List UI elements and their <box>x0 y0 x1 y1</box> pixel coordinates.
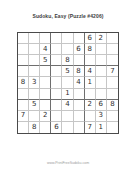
sudoku-cell-r4c1 <box>18 66 29 77</box>
sudoku-cell-r6c3 <box>40 89 51 100</box>
sudoku-cell-r1c5 <box>62 33 73 44</box>
sudoku-cell-r7c2: 5 <box>29 100 40 111</box>
sudoku-cell-r7c9: 8 <box>107 100 118 111</box>
sudoku-cell-r9c6 <box>74 122 85 133</box>
sudoku-cell-r5c4 <box>51 77 62 88</box>
sudoku-cell-r3c9 <box>107 55 118 66</box>
sudoku-cell-r5c6: 4 <box>74 77 85 88</box>
sudoku-cell-r5c1: 8 <box>18 77 29 88</box>
sudoku-cell-r9c1 <box>18 122 29 133</box>
sudoku-cell-r1c1 <box>18 33 29 44</box>
sudoku-cell-r9c8: 1 <box>96 122 107 133</box>
sudoku-cell-r8c6 <box>74 111 85 122</box>
sudoku-cell-r6c7 <box>85 89 96 100</box>
sudoku-cell-r1c8: 2 <box>96 33 107 44</box>
sudoku-cell-r2c3: 4 <box>40 44 51 55</box>
sudoku-cell-r5c9 <box>107 77 118 88</box>
sudoku-cell-r4c2 <box>29 66 40 77</box>
sudoku-cell-r3c6 <box>74 55 85 66</box>
sudoku-cell-r2c8 <box>96 44 107 55</box>
sudoku-cell-r9c4: 6 <box>51 122 62 133</box>
sudoku-cell-r7c6 <box>74 100 85 111</box>
sudoku-cell-r3c4 <box>51 55 62 66</box>
sudoku-cell-r5c5 <box>62 77 73 88</box>
sudoku-cell-r8c2 <box>29 111 40 122</box>
sudoku-cell-r7c4 <box>51 100 62 111</box>
sudoku-cell-r6c5: 1 <box>62 89 73 100</box>
sudoku-cell-r3c1 <box>18 55 29 66</box>
sudoku-cell-r8c3: 2 <box>40 111 51 122</box>
sudoku-cell-r5c8 <box>96 77 107 88</box>
sudoku-cell-r6c9 <box>107 89 118 100</box>
sudoku-cell-r4c3 <box>40 66 51 77</box>
sudoku-cell-r2c5 <box>62 44 73 55</box>
sudoku-cell-r7c3 <box>40 100 51 111</box>
sudoku-cell-r7c5: 4 <box>62 100 73 111</box>
sudoku-cell-r5c3 <box>40 77 51 88</box>
sudoku-cell-r3c5: 8 <box>62 55 73 66</box>
sudoku-board: 6246858584783411542687238671 <box>17 32 119 134</box>
sudoku-cell-r1c6 <box>74 33 85 44</box>
sudoku-cell-r4c8 <box>96 66 107 77</box>
footer-url: www.PrintFreeSudoku.com <box>0 161 136 165</box>
sudoku-cell-r3c3: 5 <box>40 55 51 66</box>
sudoku-cell-r9c7: 7 <box>85 122 96 133</box>
sudoku-cell-r7c1 <box>18 100 29 111</box>
sudoku-cell-r1c2 <box>29 33 40 44</box>
sudoku-cell-r8c9 <box>107 111 118 122</box>
sudoku-cell-r8c7 <box>85 111 96 122</box>
sudoku-cell-r2c2 <box>29 44 40 55</box>
sudoku-cell-r9c9 <box>107 122 118 133</box>
sudoku-cell-r6c4 <box>51 89 62 100</box>
sudoku-cell-r4c7: 4 <box>85 66 96 77</box>
sudoku-cell-r1c7: 6 <box>85 33 96 44</box>
sudoku-cell-r5c7: 1 <box>85 77 96 88</box>
sudoku-cell-r6c1 <box>18 89 29 100</box>
sudoku-cell-r4c4 <box>51 66 62 77</box>
sudoku-cell-r9c5 <box>62 122 73 133</box>
printable-sudoku-page: Sudoku, Easy (Puzzle #4206) 624685858478… <box>0 0 136 176</box>
sudoku-cell-r8c5 <box>62 111 73 122</box>
sudoku-cell-r2c9 <box>107 44 118 55</box>
sudoku-cell-r5c2: 3 <box>29 77 40 88</box>
sudoku-cell-r7c7: 2 <box>85 100 96 111</box>
sudoku-cell-r1c9 <box>107 33 118 44</box>
sudoku-cell-r4c9: 7 <box>107 66 118 77</box>
sudoku-cell-r1c4 <box>51 33 62 44</box>
sudoku-cell-r2c7: 8 <box>85 44 96 55</box>
sudoku-cell-r4c6: 8 <box>74 66 85 77</box>
sudoku-cell-r6c8 <box>96 89 107 100</box>
sudoku-cell-r6c2 <box>29 89 40 100</box>
sudoku-cell-r4c5: 5 <box>62 66 73 77</box>
sudoku-cell-r3c8 <box>96 55 107 66</box>
sudoku-cell-r1c3 <box>40 33 51 44</box>
sudoku-cell-r2c6: 6 <box>74 44 85 55</box>
sudoku-cell-r9c3 <box>40 122 51 133</box>
sudoku-cell-r3c7 <box>85 55 96 66</box>
sudoku-cell-r3c2 <box>29 55 40 66</box>
sudoku-cell-r7c8: 6 <box>96 100 107 111</box>
page-title: Sudoku, Easy (Puzzle #4206) <box>0 13 136 19</box>
sudoku-cell-r8c4 <box>51 111 62 122</box>
sudoku-cell-r8c8: 3 <box>96 111 107 122</box>
sudoku-cell-r8c1: 7 <box>18 111 29 122</box>
sudoku-cell-r6c6 <box>74 89 85 100</box>
sudoku-cell-r2c1 <box>18 44 29 55</box>
sudoku-cell-r9c2: 8 <box>29 122 40 133</box>
sudoku-cell-r2c4 <box>51 44 62 55</box>
